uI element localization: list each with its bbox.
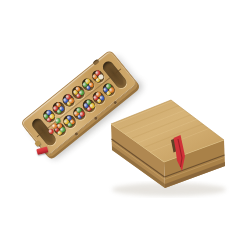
product-photo [0, 0, 230, 230]
closed-mancala-board [98, 86, 230, 198]
